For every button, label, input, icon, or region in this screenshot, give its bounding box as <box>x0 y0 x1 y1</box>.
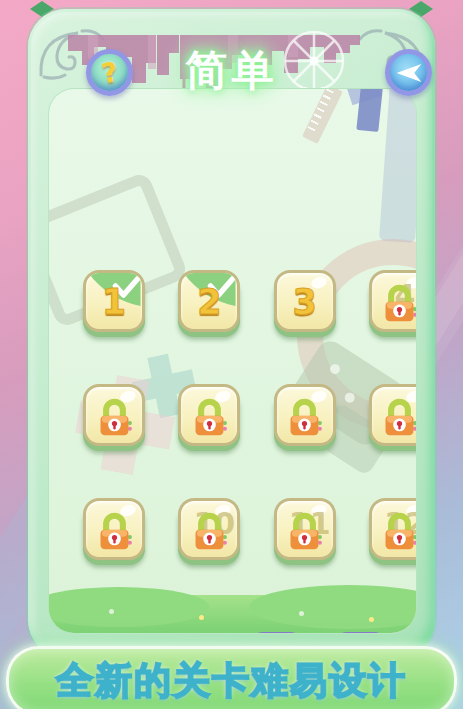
card-face: 12 <box>369 498 417 560</box>
lock-icon <box>181 501 237 560</box>
level-card-2[interactable]: 2 <box>178 270 240 337</box>
level-card-8[interactable] <box>369 384 417 451</box>
lock-icon <box>372 273 417 332</box>
level-card-6[interactable] <box>178 384 240 451</box>
game-frame: 1 2 3 4 <box>28 9 435 658</box>
page-number: 1 <box>265 632 288 634</box>
card-face <box>83 498 145 560</box>
lock-icon <box>372 387 417 446</box>
card-face <box>178 384 240 446</box>
level-number: 2 <box>181 273 237 331</box>
ground <box>49 595 416 633</box>
bottom-banner: 全新的关卡难易设计 <box>6 646 457 709</box>
help-button[interactable]: ? <box>86 49 133 96</box>
level-number: 1 <box>86 273 142 331</box>
lock-icon <box>277 501 333 560</box>
level-card-12[interactable]: 12 <box>369 498 417 565</box>
card-face: 4 <box>369 270 417 332</box>
card-face: 10 <box>178 498 240 560</box>
question-mark-icon: ? <box>99 56 120 89</box>
level-panel: 1 2 3 4 <box>48 88 417 634</box>
lock-icon <box>277 387 333 446</box>
level-card-11[interactable]: 11 <box>274 498 336 565</box>
paper-plane-left-icon <box>394 60 424 86</box>
banner-text: 全新的关卡难易设计 <box>56 656 407 706</box>
level-card-7[interactable] <box>274 384 336 451</box>
card-face: 3 <box>274 270 336 332</box>
level-card-1[interactable]: 1 <box>83 270 145 337</box>
card-face: 1 <box>83 270 145 332</box>
card-face <box>274 384 336 446</box>
ribbon-decoration <box>379 88 417 243</box>
level-grid: 1 2 3 4 <box>83 270 417 565</box>
card-face: 11 <box>274 498 336 560</box>
lock-icon <box>181 387 237 446</box>
back-button[interactable] <box>385 49 432 96</box>
level-card-3[interactable]: 3 <box>274 270 336 337</box>
level-card-4[interactable]: 4 <box>369 270 417 337</box>
lock-icon <box>372 501 417 560</box>
level-card-9[interactable] <box>83 498 145 565</box>
level-card-5[interactable] <box>83 384 145 451</box>
lock-icon <box>86 501 142 560</box>
card-face <box>369 384 417 446</box>
card-face <box>83 384 145 446</box>
card-face: 2 <box>178 270 240 332</box>
level-number: 3 <box>277 273 333 331</box>
level-card-10[interactable]: 10 <box>178 498 240 565</box>
level-select-screen: 1 2 3 4 <box>0 0 463 709</box>
lock-icon <box>86 387 142 446</box>
